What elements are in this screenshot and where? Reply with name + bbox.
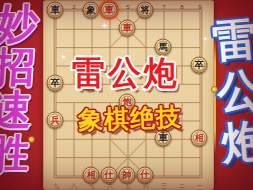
piece-black-象[interactable]: 象 (83, 2, 100, 19)
file-label-top: 7 (162, 4, 165, 10)
piece-red-仕[interactable]: 仕 (101, 167, 118, 184)
piece-glyph: 車 (120, 21, 134, 35)
banner-character: 招 (0, 46, 37, 90)
piece-red-相[interactable]: 相 (83, 167, 100, 184)
piece-red-仕[interactable]: 仕 (137, 167, 154, 184)
piece-red-車[interactable]: 車 (101, 2, 118, 19)
file-label-bottom: 三 (161, 183, 167, 189)
left-banner-text: 妙招速胜 (0, 2, 45, 176)
piece-glyph: 車 (102, 3, 116, 17)
banner-character: 公 (215, 63, 253, 118)
banner-character: 妙 (0, 2, 40, 46)
piece-glyph: 相 (84, 168, 98, 182)
sparkle-icon: ✦ (101, 21, 109, 31)
banner-character: 雷 (210, 12, 253, 67)
file-label-top: 2 (72, 4, 75, 10)
piece-glyph: 帥 (120, 168, 134, 182)
piece-black-車[interactable]: 車 (47, 2, 64, 19)
piece-glyph: 将 (138, 3, 152, 17)
file-label-top: 8 (180, 4, 183, 10)
piece-glyph: 車 (48, 3, 62, 17)
file-label-bottom: 一 (197, 183, 203, 189)
subtitle-overlay: 象棋绝技 (59, 100, 200, 138)
file-label-bottom: 二 (179, 183, 185, 189)
piece-glyph: 仕 (138, 168, 152, 182)
piece-black-将[interactable]: 将 (137, 2, 154, 19)
piece-glyph: 象 (84, 3, 98, 17)
piece-glyph: 仕 (102, 168, 116, 182)
banner-character: 炮 (219, 114, 253, 169)
file-label-bottom: 九 (53, 183, 59, 189)
thumbnail-stage: 123456789 九八七六五四三二一 車象車将車馬卒卒馬炮炮兵車相相仕帥仕 ✦… (0, 0, 253, 190)
file-label-top: 9 (198, 4, 201, 10)
banner-character: 胜 (0, 133, 30, 177)
piece-glyph: 相 (192, 131, 206, 145)
piece-red-車[interactable]: 車 (119, 20, 136, 37)
title-overlay: 雷公炮 (56, 51, 196, 96)
file-label-bottom: 八 (71, 183, 77, 189)
banner-character: 速 (0, 89, 34, 133)
piece-red-帥[interactable]: 帥 (119, 167, 136, 184)
file-label-top: 5 (126, 4, 129, 10)
